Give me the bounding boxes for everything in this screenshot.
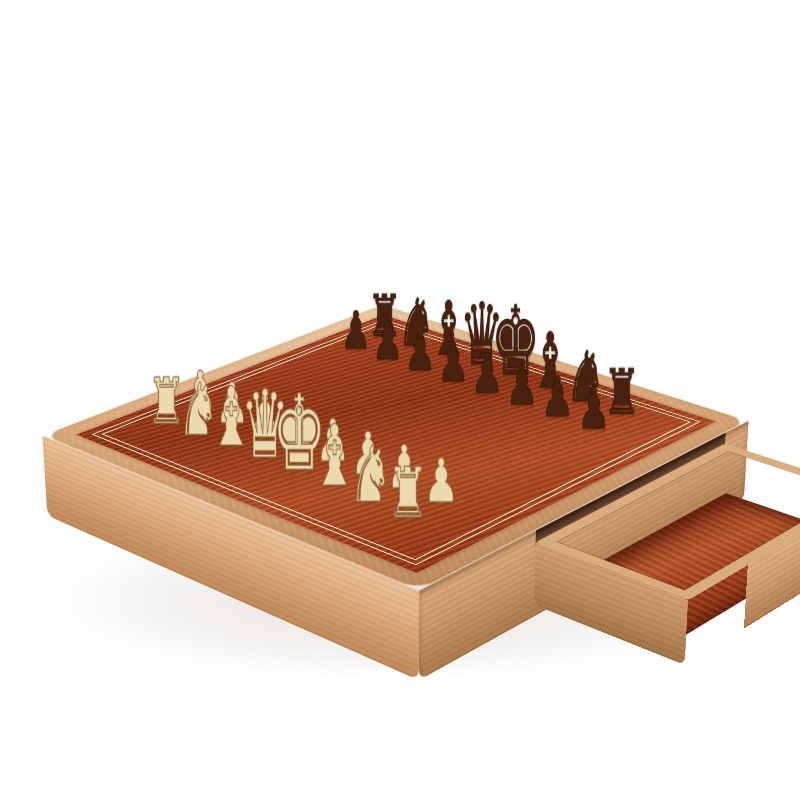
piece-white-rook[interactable]: ♜ — [371, 405, 446, 528]
white-rook-glyph: ♜ — [387, 458, 429, 527]
piece-black-pawn[interactable]: ♟ — [561, 324, 628, 437]
product-photo-scene: ♜♞♝♛♚♝♞♜♟♟♟♟♟♟♟♟♟♟♟♟♟♟♟♟♜♞♝♛♚♝♞♜ — [0, 0, 800, 800]
black-pawn-glyph: ♟ — [577, 381, 610, 438]
